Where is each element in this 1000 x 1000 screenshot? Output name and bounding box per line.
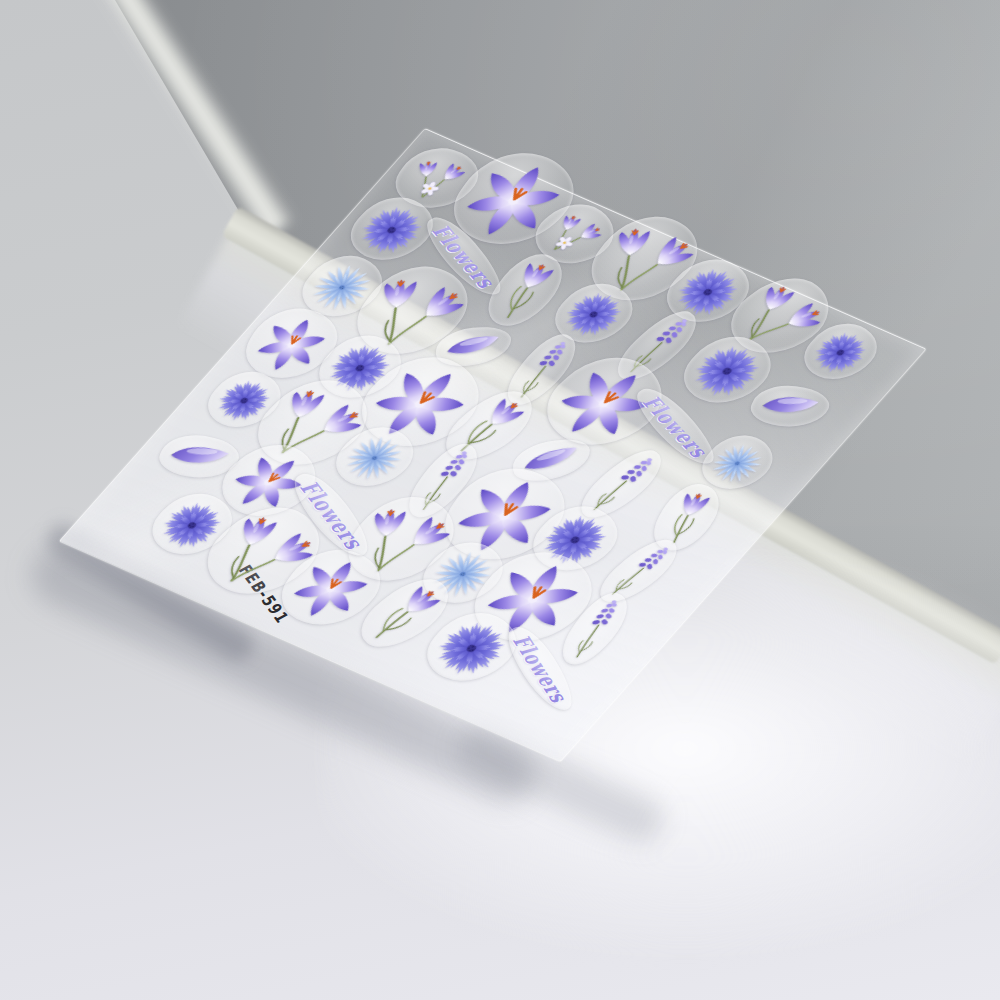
bud-icon (443, 330, 504, 362)
bud-icon (162, 438, 237, 476)
sticker-bud (754, 389, 826, 424)
cornflower-icon (423, 611, 522, 684)
sticker-bud (162, 438, 237, 476)
bud-icon (754, 389, 826, 424)
sticker-bud (443, 330, 504, 362)
sticker-cornflower (423, 611, 522, 684)
product-photo-scene: FEB-591 FlowersFlowersFlowersFlowers (0, 0, 1000, 1000)
